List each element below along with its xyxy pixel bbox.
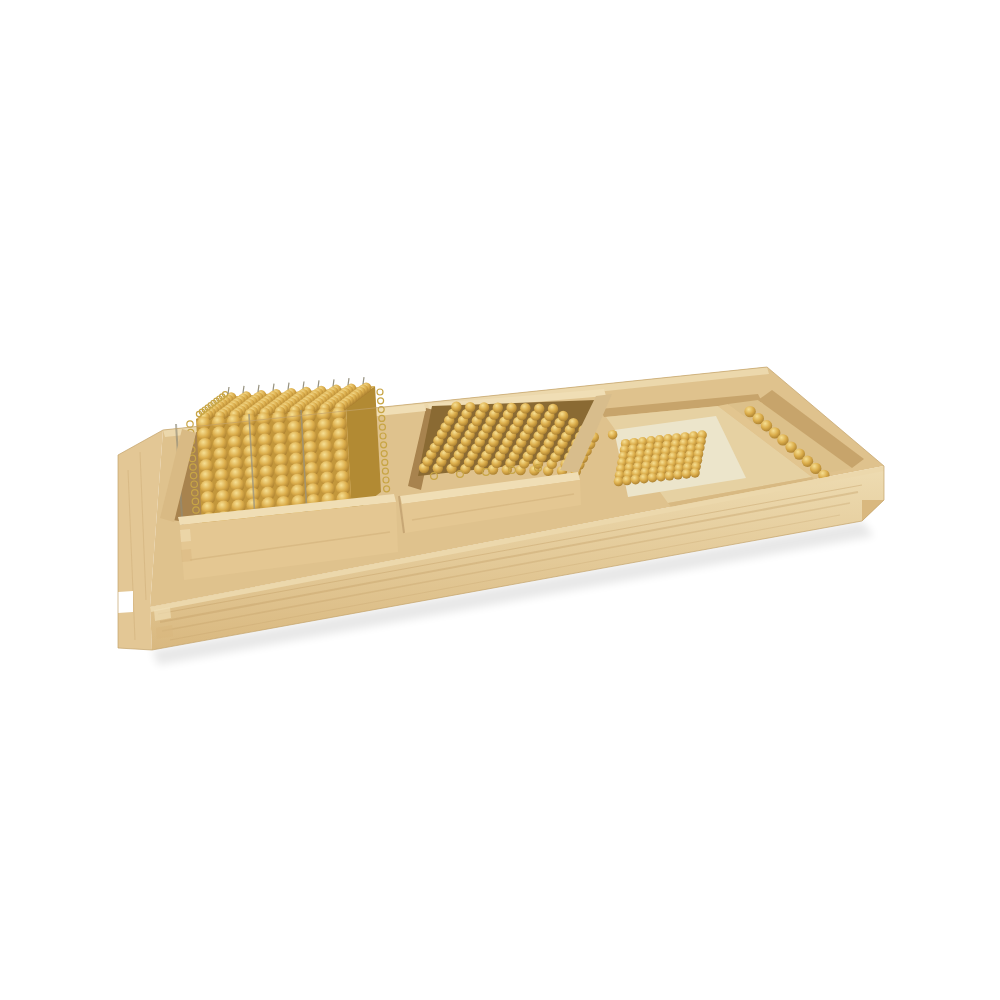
bead: [665, 471, 675, 481]
bead: [548, 404, 558, 414]
bead: [558, 411, 568, 421]
bead: [568, 418, 578, 428]
bead: [465, 402, 475, 412]
product-photo: [0, 0, 1000, 1000]
finger-joint: [180, 529, 191, 542]
bead: [690, 468, 700, 478]
bead: [493, 403, 503, 413]
bead: [682, 469, 692, 479]
bead: [631, 475, 641, 485]
left-handle-notch: [118, 591, 133, 613]
finger-joint: [181, 549, 192, 562]
bead: [520, 403, 530, 413]
bead: [377, 389, 383, 395]
bead: [187, 421, 193, 427]
bead: [648, 473, 658, 483]
bead: [451, 402, 461, 412]
bead: [639, 474, 649, 484]
bead: [673, 470, 683, 480]
bead: [534, 403, 544, 413]
bead: [614, 477, 624, 487]
bead: [656, 472, 666, 482]
bead: [479, 402, 489, 412]
montessori-bead-tray-scene: [0, 0, 1000, 1000]
bead: [506, 403, 516, 413]
bead: [378, 398, 384, 404]
bead: [608, 430, 618, 440]
bead: [622, 476, 632, 486]
